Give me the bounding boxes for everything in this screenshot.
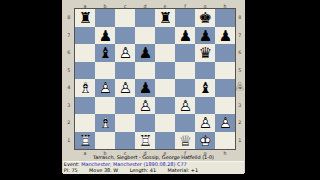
square-a5 xyxy=(75,62,95,80)
rank-label-1: 1 xyxy=(64,132,73,146)
square-b3 xyxy=(95,97,115,115)
square-h6 xyxy=(215,44,235,62)
square-c6: ♟♙ xyxy=(115,44,135,62)
file-labels-top: abcdefgh xyxy=(75,3,244,8)
white-rook: ♖ xyxy=(135,132,155,150)
square-a1: ♜♖ xyxy=(75,132,95,150)
file-label-h: h xyxy=(217,4,233,8)
square-c8 xyxy=(115,9,135,27)
white-king: ♔ xyxy=(195,132,215,150)
file-label-b: b xyxy=(97,4,113,8)
square-e4 xyxy=(155,79,175,97)
black-pawn: ♟ xyxy=(135,44,155,62)
square-f8 xyxy=(175,9,195,27)
white-queen: ♕ xyxy=(175,132,195,150)
square-h3 xyxy=(215,97,235,115)
rank-label-2: 2 xyxy=(64,115,73,129)
square-e8: ♜ xyxy=(155,9,175,27)
rank-label-7: 7 xyxy=(237,27,243,41)
file-label-f: f xyxy=(177,151,193,155)
file-label-d: d xyxy=(137,4,153,8)
square-c7 xyxy=(115,27,135,45)
file-label-e: e xyxy=(157,4,173,8)
rank-label-6: 6 xyxy=(237,45,243,59)
game-info-footer: Tarrasch, Siegbert - Gossip, George Hatf… xyxy=(63,155,244,174)
black-rook: ♜ xyxy=(75,9,95,27)
rank-label-5: 5 xyxy=(64,62,73,76)
square-d1: ♜♖ xyxy=(135,132,155,150)
white-pawn: ♙ xyxy=(215,114,235,132)
stat-2: Length: 41 xyxy=(130,168,156,173)
square-c1 xyxy=(115,132,135,150)
square-d7 xyxy=(135,27,155,45)
square-h2: ♟♙ xyxy=(215,114,235,132)
file-label-c: c xyxy=(117,151,133,155)
eco-code: C77 xyxy=(177,162,187,167)
event-line: Event: Manchester, Manchester (1890.08.2… xyxy=(63,162,244,167)
file-label-h: h xyxy=(217,151,233,155)
event-label: Event: xyxy=(64,162,80,167)
square-e3 xyxy=(155,97,175,115)
square-g4: ♝ xyxy=(195,79,215,97)
rank-label-3: 3 xyxy=(237,97,243,111)
square-b2: ♝♗ xyxy=(95,114,115,132)
square-f7: ♟ xyxy=(175,27,195,45)
white-rook: ♖ xyxy=(75,132,95,150)
rank-label-4: 4 xyxy=(64,80,73,94)
event-value: Manchester, Manchester (1890.08.28) xyxy=(81,162,175,167)
square-f2 xyxy=(175,114,195,132)
file-label-e: e xyxy=(157,151,173,155)
file-label-b: b xyxy=(97,151,113,155)
square-e1 xyxy=(155,132,175,150)
video-frame: { "game": "chess", "position": { "fen": … xyxy=(0,0,320,180)
square-h1 xyxy=(215,132,235,150)
rank-label-8: 8 xyxy=(64,10,73,24)
rank-label-3: 3 xyxy=(64,97,73,111)
rank-label-1: 1 xyxy=(237,132,243,146)
square-f1: ♛♕ xyxy=(175,132,195,150)
black-pawn: ♟ xyxy=(175,27,195,45)
square-e7 xyxy=(155,27,175,45)
stat-1: Move 38. W xyxy=(89,168,118,173)
black-pawn: ♟ xyxy=(135,79,155,97)
file-label-a: a xyxy=(77,4,93,8)
square-b8 xyxy=(95,9,115,27)
square-d3: ♟♙ xyxy=(135,97,155,115)
square-b4: ♟♙ xyxy=(95,79,115,97)
square-b1 xyxy=(95,132,115,150)
square-d4: ♟ xyxy=(135,79,155,97)
stats-line: Pl: 75Move 38. WLength: 41Material: +1 xyxy=(63,168,244,173)
white-pawn: ♙ xyxy=(115,44,135,62)
white-pawn: ♙ xyxy=(115,79,135,97)
black-pawn: ♟ xyxy=(195,27,215,45)
rank-label-6: 6 xyxy=(64,45,73,59)
black-bishop: ♝ xyxy=(195,79,215,97)
file-label-c: c xyxy=(117,4,133,8)
players-result-line: Tarrasch, Siegbert - Gossip, George Hatf… xyxy=(79,155,227,160)
square-d6: ♟ xyxy=(135,44,155,62)
square-b7: ♟ xyxy=(95,27,115,45)
rank-label-7: 7 xyxy=(64,27,73,41)
white-pawn: ♙ xyxy=(175,97,195,115)
square-f5 xyxy=(175,62,195,80)
info-box: Event: Manchester, Manchester (1890.08.2… xyxy=(63,161,244,174)
white-pawn-icon: ♙ xyxy=(235,80,245,93)
square-c2 xyxy=(115,114,135,132)
square-g8: ♚ xyxy=(195,9,215,27)
stat-0: Pl: 75 xyxy=(64,168,78,173)
black-king: ♚ xyxy=(195,9,215,27)
square-h8 xyxy=(215,9,235,27)
square-f3: ♟♙ xyxy=(175,97,195,115)
rank-label-8: 8 xyxy=(237,10,243,24)
black-bishop: ♝ xyxy=(95,44,115,62)
square-h4 xyxy=(215,79,235,97)
black-queen: ♛ xyxy=(195,44,215,62)
square-b6: ♝ xyxy=(95,44,115,62)
square-a7 xyxy=(75,27,95,45)
square-g6: ♛ xyxy=(195,44,215,62)
square-f4 xyxy=(175,79,195,97)
square-c4: ♟♙ xyxy=(115,79,135,97)
square-b5 xyxy=(95,62,115,80)
square-g2: ♟♙ xyxy=(195,114,215,132)
square-g5 xyxy=(195,62,215,80)
white-pawn: ♙ xyxy=(95,79,115,97)
black-pawn: ♟ xyxy=(215,27,235,45)
file-label-g: g xyxy=(197,4,213,8)
material-advantage-tray: ♙ xyxy=(235,75,249,89)
file-label-f: f xyxy=(177,4,193,8)
file-label-a: a xyxy=(77,151,93,155)
square-f6 xyxy=(175,44,195,62)
chess-board: ♜♜♚♟♟♟♟♝♟♙♟♛♝♗♟♙♟♙♟♝♟♙♟♙♝♗♟♙♟♙♜♖♜♖♛♕♚♔ xyxy=(74,8,236,150)
square-a6 xyxy=(75,44,95,62)
rank-labels-left: 87654321 xyxy=(63,8,74,150)
square-h7: ♟ xyxy=(215,27,235,45)
square-g7: ♟ xyxy=(195,27,215,45)
square-e5 xyxy=(155,62,175,80)
black-pawn: ♟ xyxy=(95,27,115,45)
rank-label-2: 2 xyxy=(237,115,243,129)
square-d8 xyxy=(135,9,155,27)
white-bishop: ♗ xyxy=(75,79,95,97)
square-d2 xyxy=(135,114,155,132)
square-a8: ♜ xyxy=(75,9,95,27)
white-bishop: ♗ xyxy=(95,114,115,132)
square-a2 xyxy=(75,114,95,132)
square-c3 xyxy=(115,97,135,115)
square-d5 xyxy=(135,62,155,80)
stat-3: Material: +1 xyxy=(168,168,198,173)
file-label-d: d xyxy=(137,151,153,155)
content-panel: abcdefgh 87654321 ♜♜♚♟♟♟♟♝♟♙♟♛♝♗♟♙♟♙♟♝♟♙… xyxy=(62,0,245,173)
file-label-g: g xyxy=(197,151,213,155)
square-c5 xyxy=(115,62,135,80)
square-h5 xyxy=(215,62,235,80)
square-g3 xyxy=(195,97,215,115)
square-a3 xyxy=(75,97,95,115)
square-g1: ♚♔ xyxy=(195,132,215,150)
square-e2 xyxy=(155,114,175,132)
black-rook: ♜ xyxy=(155,9,175,27)
square-e6 xyxy=(155,44,175,62)
white-pawn: ♙ xyxy=(195,114,215,132)
square-a4: ♝♗ xyxy=(75,79,95,97)
board-frame: abcdefgh 87654321 ♜♜♚♟♟♟♟♝♟♙♟♛♝♗♟♙♟♙♟♝♟♙… xyxy=(63,3,244,155)
white-pawn: ♙ xyxy=(135,97,155,115)
